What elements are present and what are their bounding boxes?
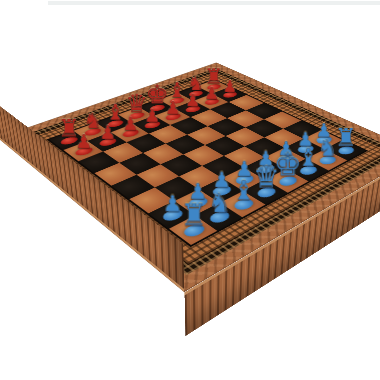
chess-board-box: ♜♞♝♛♚♝♞♜♟♟♟♟♟♟♟♟♟♟♟♟♟♟♟♟♜♞♝♛♚♝♞♜ xyxy=(0,62,380,292)
red-pawn: ♟ xyxy=(70,132,98,151)
scene: ♜♞♝♛♚♝♞♜♟♟♟♟♟♟♟♟♟♟♟♟♟♟♟♟♜♞♝♛♚♝♞♜ xyxy=(0,0,380,380)
product-photo: ♜♞♝♛♚♝♞♜♟♟♟♟♟♟♟♟♟♟♟♟♟♟♟♟♜♞♝♛♚♝♞♜ xyxy=(0,0,380,380)
red-pawn: ♟ xyxy=(94,123,122,142)
blue-rook: ♜ xyxy=(177,200,211,231)
